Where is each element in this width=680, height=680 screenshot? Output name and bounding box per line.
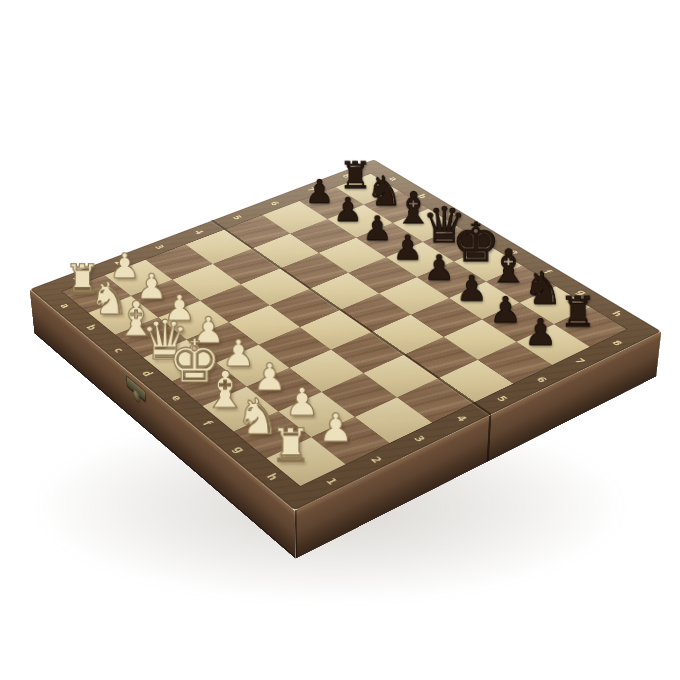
rank-label-right-5: 5 <box>491 392 514 405</box>
file-label-bottom-g: g <box>227 443 250 457</box>
rank-label-right-4: 4 <box>450 412 473 426</box>
rank-label-right-3: 3 <box>408 432 431 446</box>
rank-label-right-8: 8 <box>606 337 628 349</box>
clasp-knob <box>133 388 140 403</box>
rank-label-right-2: 2 <box>364 453 388 467</box>
rank-label-right-6: 6 <box>530 373 552 386</box>
file-label-bottom-f: f <box>196 416 219 430</box>
file-label-bottom-a: a <box>55 300 76 311</box>
squares-grid: ♜♞♝♛♚♝♞♜♟♟♟♟♟♟♟♟♟♟♟♟♟♟♟♟♜♞♝♛♚♝♞♜ <box>62 174 626 486</box>
file-label-bottom-h: h <box>260 470 284 485</box>
product-photo: ♜♞♝♛♚♝♞♜♟♟♟♟♟♟♟♟♟♟♟♟♟♟♟♟♜♞♝♛♚♝♞♜ aa88bb7… <box>0 0 680 680</box>
file-label-bottom-c: c <box>108 344 129 356</box>
board-perspective-wrapper: ♜♞♝♛♚♝♞♜♟♟♟♟♟♟♟♟♟♟♟♟♟♟♟♟♜♞♝♛♚♝♞♜ aa88bb7… <box>115 85 565 535</box>
rank-label-right-7: 7 <box>569 355 591 367</box>
file-label-bottom-d: d <box>136 367 158 380</box>
black-pawn-h7: ♟ <box>504 315 577 350</box>
white-rook-h1: ♜ <box>251 424 331 468</box>
rank-label-right-1: 1 <box>320 474 344 489</box>
file-label-bottom-b: b <box>81 322 102 334</box>
file-label-bottom-e: e <box>165 391 187 404</box>
side-fold-seam <box>487 415 491 462</box>
